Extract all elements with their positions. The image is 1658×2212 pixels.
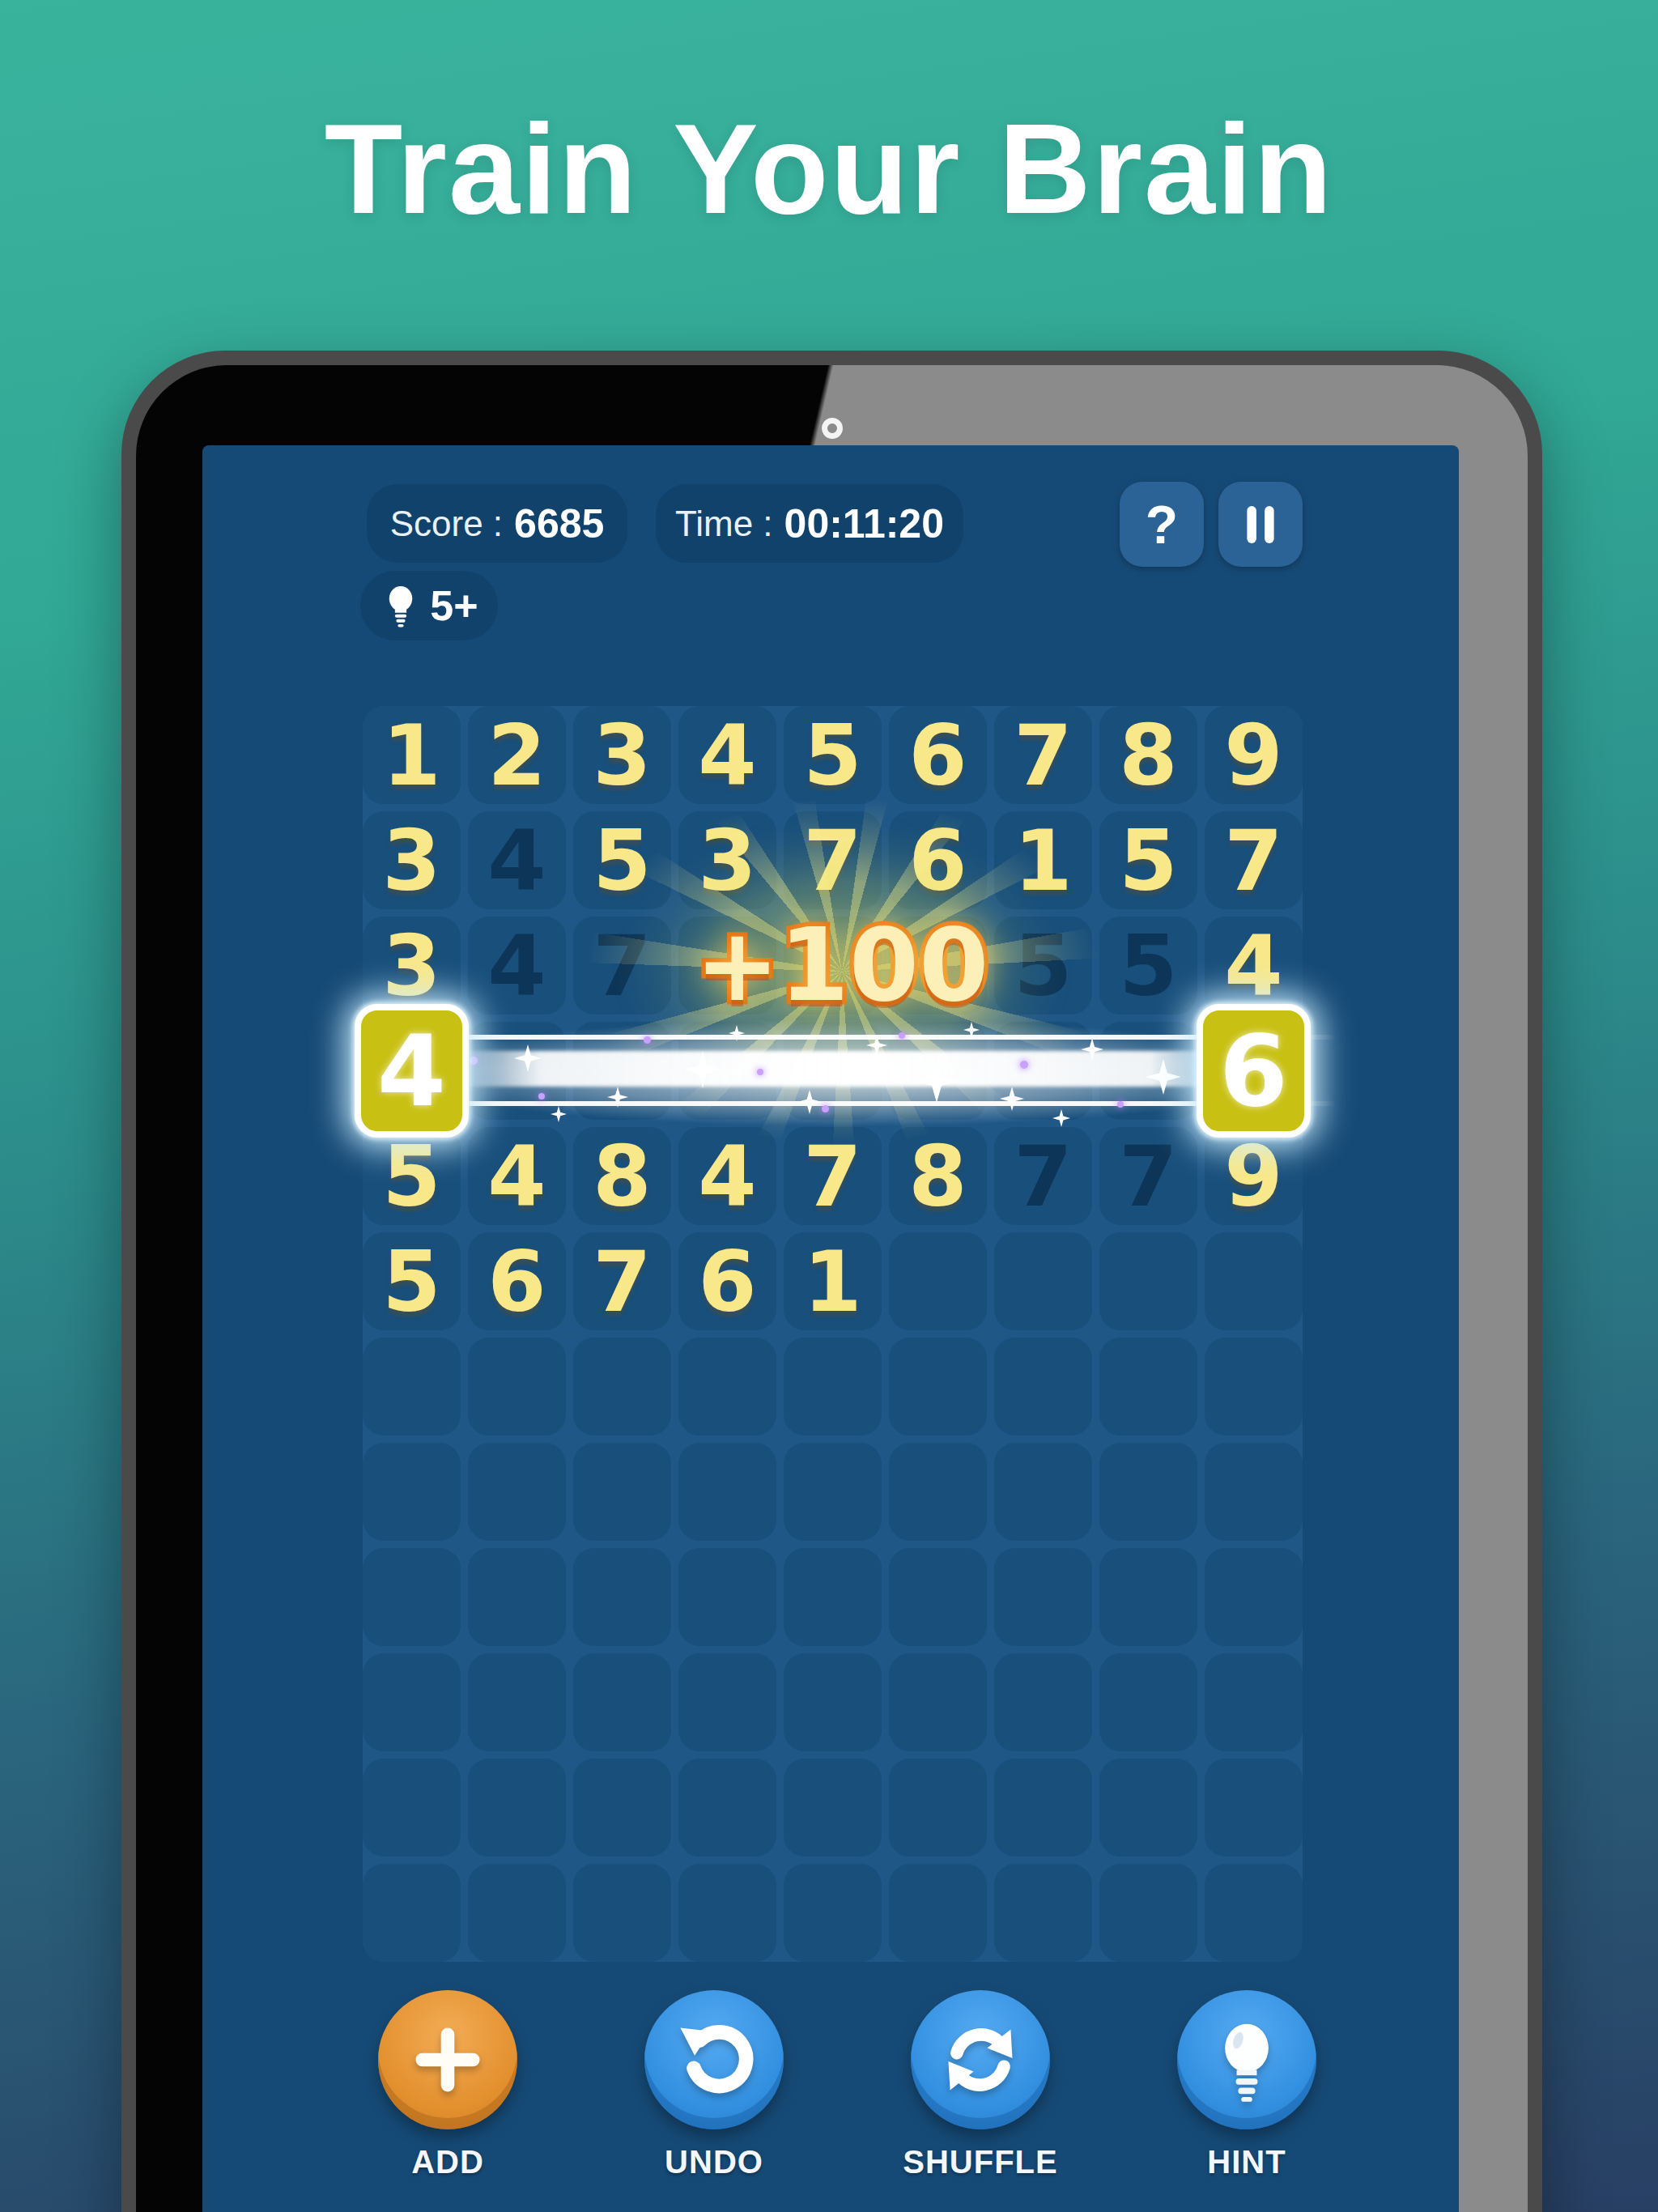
board-cell (889, 917, 987, 1015)
tile-number: 6 (908, 713, 967, 798)
shuffle-button-circle (911, 1990, 1050, 2129)
board-cell[interactable]: 6 (889, 706, 987, 804)
board-cell (1099, 1232, 1197, 1330)
board-cell (889, 1232, 987, 1330)
board-cell[interactable]: 8 (889, 1127, 987, 1225)
shuffle-button[interactable]: SHUFFLE (883, 1990, 1078, 2180)
game-screen: Score : 6685 Time : 00:11:20 ? (202, 445, 1459, 2212)
tile-number: 2 (487, 713, 546, 798)
board-cell (573, 1338, 671, 1436)
board-cell (573, 1443, 671, 1541)
board-cell (468, 1653, 566, 1751)
board-cell (784, 1864, 882, 1962)
tile-number: 4 (698, 1134, 756, 1219)
board-cell (468, 1548, 566, 1646)
question-mark-icon: ? (1146, 494, 1178, 555)
front-camera-icon (822, 418, 843, 439)
board-cell (889, 1338, 987, 1436)
tile-number: 1 (382, 713, 440, 798)
help-button[interactable]: ? (1120, 482, 1204, 567)
board-cell (784, 917, 882, 1015)
tile-number: 7 (593, 1240, 651, 1324)
board-cell[interactable]: 7 (573, 917, 671, 1015)
board-cell[interactable]: 5 (1099, 917, 1197, 1015)
board-cell (1205, 1232, 1303, 1330)
board-cell (994, 1232, 1092, 1330)
board-cell (889, 1548, 987, 1646)
tile-number: 5 (593, 819, 651, 903)
board-cell (1205, 1548, 1303, 1646)
board-cell[interactable]: 7 (1205, 811, 1303, 909)
score-badge: Score : 6685 (367, 484, 627, 563)
board-cell (468, 1759, 566, 1857)
board-cell[interactable]: 8 (1099, 706, 1197, 804)
board-cell[interactable]: 2 (468, 706, 566, 804)
hint-count-badge: 5+ (360, 571, 498, 640)
board-cell (1099, 1864, 1197, 1962)
board-cell (678, 1443, 776, 1541)
board-cell (784, 1443, 882, 1541)
board-cell (784, 1653, 882, 1751)
tile-number: 4 (698, 713, 756, 798)
board-cell (573, 1022, 671, 1120)
tile-number: 5 (382, 1134, 440, 1219)
time-badge: Time : 00:11:20 (656, 484, 963, 563)
board-cell (363, 1338, 461, 1436)
faded-number: 4 (487, 924, 546, 1008)
tile-number: 9 (1224, 713, 1282, 798)
time-value: 00:11:20 (784, 500, 944, 547)
board-cell[interactable]: 6 (1205, 1022, 1303, 1120)
board-cell (994, 1864, 1092, 1962)
faded-number: 7 (593, 924, 651, 1008)
undo-label: UNDO (665, 2144, 763, 2180)
board-cell (468, 1022, 566, 1120)
board-cell[interactable]: 3 (363, 811, 461, 909)
board-cell (468, 1864, 566, 1962)
board-cell[interactable]: 7 (784, 811, 882, 909)
board-cell (784, 1548, 882, 1646)
faded-number: 7 (1119, 1134, 1177, 1219)
board-cell[interactable]: 6 (468, 1232, 566, 1330)
board-cell[interactable]: 5 (994, 917, 1092, 1015)
page-title: Train Your Brain (0, 96, 1658, 242)
selected-number: 6 (1219, 1022, 1288, 1121)
lightbulb-icon (1208, 2017, 1286, 2103)
add-label: ADD (411, 2144, 484, 2180)
board-cell (678, 917, 776, 1015)
faded-number: 5 (1119, 924, 1177, 1008)
time-label: Time : (675, 504, 773, 544)
tile-number: 6 (487, 1240, 546, 1324)
tile-number: 4 (1224, 924, 1282, 1008)
faded-number: 4 (487, 819, 546, 903)
board-cell (363, 1548, 461, 1646)
board-cell[interactable]: 4 (1205, 917, 1303, 1015)
board-cell (1099, 1759, 1197, 1857)
number-board: 1234567893453761573475544654847877956761 (363, 706, 1303, 1962)
undo-icon (672, 2018, 756, 2102)
board-cell (678, 1653, 776, 1751)
board-cell (994, 1338, 1092, 1436)
board-cell[interactable]: 5 (363, 1232, 461, 1330)
board-cell (994, 1443, 1092, 1541)
shuffle-icon (938, 2018, 1022, 2102)
tile-number: 7 (1014, 713, 1072, 798)
board-cell[interactable]: 9 (1205, 1127, 1303, 1225)
board-cell[interactable]: 7 (994, 706, 1092, 804)
hint-button-circle (1177, 1990, 1316, 2129)
pause-button[interactable] (1218, 482, 1303, 567)
tile-number: 6 (908, 819, 967, 903)
board-cell[interactable]: 4 (678, 1127, 776, 1225)
board-cell (468, 1338, 566, 1436)
board-cell (994, 1759, 1092, 1857)
board-cell[interactable]: 8 (573, 1127, 671, 1225)
board-cell (889, 1759, 987, 1857)
board-cell (1099, 1443, 1197, 1541)
board-cell (363, 1653, 461, 1751)
board-cell[interactable]: 3 (678, 811, 776, 909)
score-label: Score : (390, 504, 503, 544)
board-cell (889, 1653, 987, 1751)
plus-icon (406, 2018, 490, 2102)
tile-number: 8 (593, 1134, 651, 1219)
board-cell[interactable]: 7 (573, 1232, 671, 1330)
board-cell[interactable]: 3 (573, 706, 671, 804)
board-cell (678, 1022, 776, 1120)
board-cell[interactable]: 7 (784, 1127, 882, 1225)
board-cell (573, 1653, 671, 1751)
board-cell (573, 1759, 671, 1857)
board-cell (678, 1548, 776, 1646)
undo-button-circle (644, 1990, 784, 2129)
board-cell (468, 1443, 566, 1541)
board-cell (363, 1443, 461, 1541)
add-button-circle (378, 1990, 517, 2129)
board-cell (573, 1864, 671, 1962)
board-cell (784, 1338, 882, 1436)
board-cell[interactable]: 4 (363, 1022, 461, 1120)
board-cell (994, 1653, 1092, 1751)
board-cell (994, 1548, 1092, 1646)
undo-button[interactable]: UNDO (617, 1990, 811, 2180)
board-cell (1099, 1022, 1197, 1120)
tile-number: 3 (382, 819, 440, 903)
board-cell[interactable]: 1 (363, 706, 461, 804)
add-button[interactable]: ADD (351, 1990, 545, 2180)
board-cell[interactable]: 5 (363, 1127, 461, 1225)
board-cell[interactable]: 5 (573, 811, 671, 909)
board-cell[interactable]: 4 (468, 1127, 566, 1225)
board-cell (889, 1864, 987, 1962)
tile-number: 6 (698, 1240, 756, 1324)
board-cell (678, 1759, 776, 1857)
board-cell (889, 1022, 987, 1120)
board-cell (678, 1864, 776, 1962)
selected-number: 4 (377, 1022, 446, 1121)
board-cell (678, 1338, 776, 1436)
board-cell[interactable]: 4 (678, 706, 776, 804)
board-cell[interactable]: 6 (678, 1232, 776, 1330)
board-cell[interactable]: 1 (784, 1232, 882, 1330)
board-cell (363, 1759, 461, 1857)
board-cell (784, 1759, 882, 1857)
board-cell[interactable]: 7 (1099, 1127, 1197, 1225)
tile-number: 7 (803, 1134, 861, 1219)
hint-label: HINT (1207, 2144, 1286, 2180)
board-cell[interactable]: 3 (363, 917, 461, 1015)
board-cell[interactable]: 4 (468, 811, 566, 909)
tile-number: 5 (803, 713, 861, 798)
board-cell (1099, 1653, 1197, 1751)
hint-button[interactable]: HINT (1150, 1990, 1344, 2180)
tile-number: 4 (487, 1134, 546, 1219)
board-cell (573, 1548, 671, 1646)
tile-number: 5 (382, 1240, 440, 1324)
score-value: 6685 (514, 500, 604, 547)
pause-icon (1235, 499, 1286, 551)
lightbulb-icon (380, 583, 422, 628)
tile-number: 3 (698, 819, 756, 903)
board-cell[interactable]: 5 (784, 706, 882, 804)
tile-number: 9 (1224, 1134, 1282, 1219)
board-cell (1099, 1548, 1197, 1646)
board-cell (889, 1443, 987, 1541)
screenshot-root: Train Your Brain Score : 6685 Time : 00:… (0, 0, 1658, 2212)
tile-number: 7 (803, 819, 861, 903)
board-cell[interactable]: 6 (889, 811, 987, 909)
board-cell (1205, 1443, 1303, 1541)
tile-number: 3 (382, 924, 440, 1008)
tablet-device: Score : 6685 Time : 00:11:20 ? (121, 351, 1542, 2212)
shuffle-label: SHUFFLE (903, 2144, 1057, 2180)
tile-number: 5 (1119, 819, 1177, 903)
board-cell (1205, 1759, 1303, 1857)
tile-number: 3 (593, 713, 651, 798)
board-cell (1099, 1338, 1197, 1436)
tile-number: 8 (908, 1134, 967, 1219)
board-cell[interactable]: 4 (468, 917, 566, 1015)
selected-tile[interactable]: 6 (1197, 1004, 1311, 1138)
board-cell (363, 1864, 461, 1962)
board-cell (784, 1022, 882, 1120)
board-cell (1205, 1864, 1303, 1962)
tile-number: 1 (1014, 819, 1072, 903)
board-cell (1205, 1653, 1303, 1751)
hint-count: 5+ (430, 581, 478, 630)
faded-number: 5 (1014, 924, 1072, 1008)
board-cell[interactable]: 9 (1205, 706, 1303, 804)
board-cell (1205, 1338, 1303, 1436)
board-cell[interactable]: 5 (1099, 811, 1197, 909)
selected-tile[interactable]: 4 (355, 1004, 469, 1138)
tablet-bezel: Score : 6685 Time : 00:11:20 ? (136, 365, 1528, 2212)
tile-number: 1 (803, 1240, 861, 1324)
board-cell[interactable]: 7 (994, 1127, 1092, 1225)
faded-number: 7 (1014, 1134, 1072, 1219)
tile-number: 8 (1119, 713, 1177, 798)
board-cell (994, 1022, 1092, 1120)
tile-number: 7 (1224, 819, 1282, 903)
board-cell[interactable]: 1 (994, 811, 1092, 909)
